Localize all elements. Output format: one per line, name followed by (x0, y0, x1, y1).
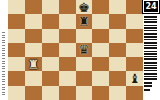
square-e3 (76, 71, 93, 85)
barcode-bar (144, 82, 152, 84)
barcode-bar (144, 16, 157, 18)
square-f6 (92, 29, 109, 43)
chess-board[interactable]: ♚♜♛♜♝ (8, 0, 143, 100)
barcode-bar (144, 33, 157, 35)
barcode-bar (144, 62, 157, 64)
square-b2 (25, 86, 42, 100)
square-e2 (76, 86, 93, 100)
square-e8: ♚ (76, 0, 93, 14)
square-d4 (59, 57, 76, 71)
left-credit-strip (0, 0, 8, 100)
barcode-bar (144, 45, 157, 46)
square-d5 (59, 43, 76, 57)
square-a2 (8, 86, 25, 100)
barcode-bar (144, 56, 157, 57)
barcode-bar (144, 42, 157, 44)
square-a8 (8, 0, 25, 14)
move-number-badge: 24 (143, 0, 159, 13)
square-a4 (8, 57, 25, 71)
square-d3 (59, 71, 76, 85)
barcode-bar (144, 76, 157, 77)
square-b8 (25, 0, 42, 14)
barcode-bar (144, 78, 157, 80)
square-c6 (42, 29, 59, 43)
square-f7 (92, 14, 109, 28)
credit-microtext (2, 32, 5, 96)
barcode-bar (144, 89, 150, 91)
square-b6 (25, 29, 42, 43)
square-f8 (92, 0, 109, 14)
square-c2 (42, 86, 59, 100)
barcode-bar (144, 85, 152, 87)
square-h2 (126, 86, 143, 100)
square-e4 (76, 57, 93, 71)
barcode-bar (144, 30, 157, 31)
square-d8 (59, 0, 76, 14)
barcode-bar (144, 21, 157, 23)
square-f4 (92, 57, 109, 71)
barcode-bar (144, 27, 157, 29)
square-f5 (92, 43, 109, 57)
barcode-bar (144, 25, 157, 26)
square-g3 (109, 71, 126, 85)
square-d2 (59, 86, 76, 100)
square-g5 (109, 43, 126, 57)
piece-black-rook: ♜ (78, 15, 90, 28)
right-sidebar: 24 (143, 0, 160, 100)
square-g2 (109, 86, 126, 100)
square-e5: ♛ (76, 43, 93, 57)
square-g7 (109, 14, 126, 28)
square-h5 (126, 43, 143, 57)
square-e6 (76, 29, 93, 43)
square-h3: ♝ (126, 71, 143, 85)
square-c5 (42, 43, 59, 57)
square-b3 (25, 71, 42, 85)
square-g4 (109, 57, 126, 71)
square-b5 (25, 43, 42, 57)
square-a3 (8, 71, 25, 85)
square-h4 (126, 57, 143, 71)
square-b4: ♜ (25, 57, 42, 71)
barcode-bar (144, 70, 157, 71)
square-a7 (8, 14, 25, 28)
barcode (144, 16, 158, 91)
square-c7 (42, 14, 59, 28)
barcode-bar (144, 67, 157, 69)
square-c4 (42, 57, 59, 71)
square-f3 (92, 71, 109, 85)
square-f2 (92, 86, 109, 100)
square-h6 (126, 29, 143, 43)
barcode-bar (144, 65, 157, 66)
square-a5 (8, 43, 25, 57)
barcode-bar (144, 73, 157, 75)
piece-black-king: ♚ (78, 1, 90, 14)
piece-black-bishop: ♝ (129, 72, 141, 85)
square-e7: ♜ (76, 14, 93, 28)
square-c3 (42, 71, 59, 85)
piece-black-queen: ♛ (78, 43, 90, 56)
barcode-bar (144, 58, 157, 60)
square-g6 (109, 29, 126, 43)
square-d7 (59, 14, 76, 28)
barcode-bar (144, 36, 157, 38)
barcode-bar (144, 53, 157, 55)
square-h8 (126, 0, 143, 14)
barcode-bar (144, 47, 157, 49)
square-c8 (42, 0, 59, 14)
square-g8 (109, 0, 126, 14)
square-d6 (59, 29, 76, 43)
piece-white-rook: ♜ (27, 58, 39, 71)
puzzle-card: ♚♜♛♜♝ 24 (0, 0, 160, 100)
square-a6 (8, 29, 25, 43)
barcode-bar (144, 19, 157, 20)
square-h7 (126, 14, 143, 28)
barcode-bar (144, 51, 157, 52)
barcode-bar (144, 39, 157, 40)
square-b7 (25, 14, 42, 28)
